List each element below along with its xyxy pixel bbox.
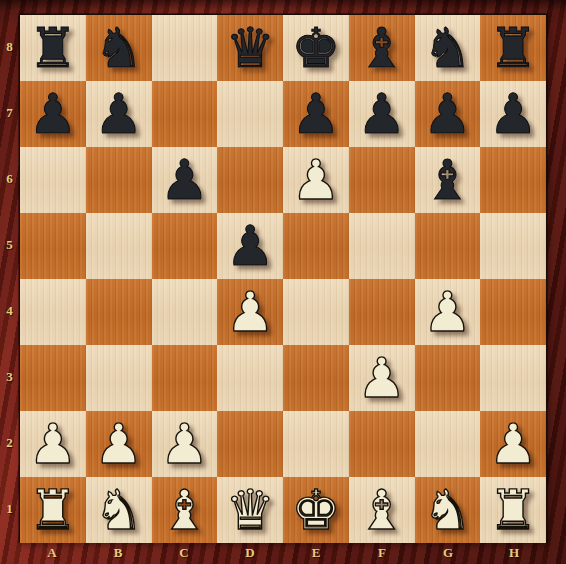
square-d8[interactable]: ♛ <box>217 15 283 81</box>
square-a1[interactable]: ♜ <box>20 477 86 543</box>
square-f5[interactable] <box>349 213 415 279</box>
square-e6[interactable]: ♟ <box>283 147 349 213</box>
rank-label-1: 1 <box>0 476 19 542</box>
square-h2[interactable]: ♟ <box>480 411 546 477</box>
white-knight-b1[interactable]: ♞ <box>94 477 143 543</box>
file-label-a: A <box>19 542 85 564</box>
square-b8[interactable]: ♞ <box>86 15 152 81</box>
rank-label-2: 2 <box>0 410 19 476</box>
square-f3[interactable]: ♟ <box>349 345 415 411</box>
white-pawn-b2[interactable]: ♟ <box>94 411 143 477</box>
black-pawn-h7[interactable]: ♟ <box>488 81 537 147</box>
square-h4[interactable] <box>480 279 546 345</box>
square-f4[interactable] <box>349 279 415 345</box>
square-g8[interactable]: ♞ <box>415 15 481 81</box>
square-g1[interactable]: ♞ <box>415 477 481 543</box>
square-e1[interactable]: ♚ <box>283 477 349 543</box>
file-label-b: B <box>85 542 151 564</box>
square-e4[interactable] <box>283 279 349 345</box>
white-pawn-d4[interactable]: ♟ <box>225 279 274 345</box>
file-label-c: C <box>151 542 217 564</box>
square-g7[interactable]: ♟ <box>415 81 481 147</box>
square-h5[interactable] <box>480 213 546 279</box>
black-pawn-f7[interactable]: ♟ <box>357 81 406 147</box>
white-pawn-f3[interactable]: ♟ <box>357 345 406 411</box>
square-b5[interactable] <box>86 213 152 279</box>
black-bishop-g6[interactable]: ♝ <box>423 147 472 213</box>
white-pawn-e6[interactable]: ♟ <box>291 147 340 213</box>
square-g2[interactable] <box>415 411 481 477</box>
square-h8[interactable]: ♜ <box>480 15 546 81</box>
rank-label-8: 8 <box>0 14 19 80</box>
white-pawn-h2[interactable]: ♟ <box>488 411 537 477</box>
square-b1[interactable]: ♞ <box>86 477 152 543</box>
black-rook-a8[interactable]: ♜ <box>28 15 77 81</box>
white-pawn-c2[interactable]: ♟ <box>160 411 209 477</box>
white-bishop-c1[interactable]: ♝ <box>160 477 209 543</box>
black-pawn-c6[interactable]: ♟ <box>160 147 209 213</box>
square-d6[interactable] <box>217 147 283 213</box>
white-knight-g1[interactable]: ♞ <box>423 477 472 543</box>
square-g5[interactable] <box>415 213 481 279</box>
square-a8[interactable]: ♜ <box>20 15 86 81</box>
white-bishop-f1[interactable]: ♝ <box>357 477 406 543</box>
white-king-e1[interactable]: ♚ <box>291 477 340 543</box>
square-b6[interactable] <box>86 147 152 213</box>
square-a3[interactable] <box>20 345 86 411</box>
square-b4[interactable] <box>86 279 152 345</box>
square-h6[interactable] <box>480 147 546 213</box>
black-rook-h8[interactable]: ♜ <box>488 15 537 81</box>
square-c1[interactable]: ♝ <box>152 477 218 543</box>
square-f8[interactable]: ♝ <box>349 15 415 81</box>
square-c3[interactable] <box>152 345 218 411</box>
square-d5[interactable]: ♟ <box>217 213 283 279</box>
square-d4[interactable]: ♟ <box>217 279 283 345</box>
square-h1[interactable]: ♜ <box>480 477 546 543</box>
black-pawn-g7[interactable]: ♟ <box>423 81 472 147</box>
square-c4[interactable] <box>152 279 218 345</box>
square-b3[interactable] <box>86 345 152 411</box>
black-knight-g8[interactable]: ♞ <box>423 15 472 81</box>
square-a6[interactable] <box>20 147 86 213</box>
square-a2[interactable]: ♟ <box>20 411 86 477</box>
board-frame: 87654321 ♜♞♛♚♝♞♜♟♟♟♟♟♟♟♟♝♟♟♟♟♟♟♟♟♜♞♝♛♚♝♞… <box>0 0 566 564</box>
square-d2[interactable] <box>217 411 283 477</box>
square-h3[interactable] <box>480 345 546 411</box>
square-d1[interactable]: ♛ <box>217 477 283 543</box>
file-label-g: G <box>415 542 481 564</box>
file-label-e: E <box>283 542 349 564</box>
white-queen-d1[interactable]: ♛ <box>225 477 274 543</box>
rank-labels: 87654321 <box>0 14 19 542</box>
black-knight-b8[interactable]: ♞ <box>94 15 143 81</box>
black-pawn-d5[interactable]: ♟ <box>225 213 274 279</box>
square-e5[interactable] <box>283 213 349 279</box>
rank-label-5: 5 <box>0 212 19 278</box>
square-a4[interactable] <box>20 279 86 345</box>
square-f7[interactable]: ♟ <box>349 81 415 147</box>
square-d3[interactable] <box>217 345 283 411</box>
rank-label-6: 6 <box>0 146 19 212</box>
square-b7[interactable]: ♟ <box>86 81 152 147</box>
square-g6[interactable]: ♝ <box>415 147 481 213</box>
square-d7[interactable] <box>217 81 283 147</box>
file-label-f: F <box>349 542 415 564</box>
square-e7[interactable]: ♟ <box>283 81 349 147</box>
black-queen-d8[interactable]: ♛ <box>225 15 274 81</box>
square-c5[interactable] <box>152 213 218 279</box>
square-c7[interactable] <box>152 81 218 147</box>
white-pawn-a2[interactable]: ♟ <box>28 411 77 477</box>
square-c8[interactable] <box>152 15 218 81</box>
file-label-h: H <box>481 542 547 564</box>
file-label-d: D <box>217 542 283 564</box>
square-b2[interactable]: ♟ <box>86 411 152 477</box>
square-c2[interactable]: ♟ <box>152 411 218 477</box>
black-pawn-e7[interactable]: ♟ <box>291 81 340 147</box>
square-f2[interactable] <box>349 411 415 477</box>
rank-label-3: 3 <box>0 344 19 410</box>
square-g4[interactable]: ♟ <box>415 279 481 345</box>
square-e3[interactable] <box>283 345 349 411</box>
square-c6[interactable]: ♟ <box>152 147 218 213</box>
rank-label-4: 4 <box>0 278 19 344</box>
square-h7[interactable]: ♟ <box>480 81 546 147</box>
square-a5[interactable] <box>20 213 86 279</box>
square-g3[interactable] <box>415 345 481 411</box>
black-bishop-f8[interactable]: ♝ <box>357 15 406 81</box>
square-f1[interactable]: ♝ <box>349 477 415 543</box>
black-pawn-b7[interactable]: ♟ <box>94 81 143 147</box>
rank-label-7: 7 <box>0 80 19 146</box>
white-rook-h1[interactable]: ♜ <box>488 477 537 543</box>
white-pawn-g4[interactable]: ♟ <box>423 279 472 345</box>
chess-board: ♜♞♛♚♝♞♜♟♟♟♟♟♟♟♟♝♟♟♟♟♟♟♟♟♜♞♝♛♚♝♞♜ <box>19 14 547 542</box>
black-king-e8[interactable]: ♚ <box>291 15 340 81</box>
square-a7[interactable]: ♟ <box>20 81 86 147</box>
square-f6[interactable] <box>349 147 415 213</box>
black-pawn-a7[interactable]: ♟ <box>28 81 77 147</box>
file-labels: ABCDEFGH <box>19 542 547 564</box>
square-e2[interactable] <box>283 411 349 477</box>
square-e8[interactable]: ♚ <box>283 15 349 81</box>
white-rook-a1[interactable]: ♜ <box>28 477 77 543</box>
